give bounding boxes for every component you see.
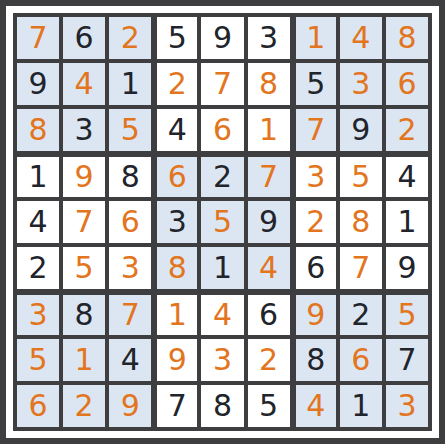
sudoku-cell-r9c4[interactable]: 7 (157, 385, 197, 427)
sudoku-screenshot: 7625931489412785368354617921986273544763… (0, 0, 445, 444)
sudoku-cell-r1c5[interactable]: 9 (201, 17, 243, 59)
sudoku-cell-r5c3[interactable]: 6 (109, 201, 151, 243)
sudoku-cell-r4c3[interactable]: 8 (109, 157, 151, 197)
sudoku-cell-r6c1[interactable]: 2 (17, 247, 59, 289)
sudoku-cell-r1c4[interactable]: 5 (157, 17, 197, 59)
sudoku-cell-r6c8[interactable]: 7 (340, 247, 382, 289)
sudoku-cell-r5c8[interactable]: 8 (340, 201, 382, 243)
sudoku-cell-r8c7[interactable]: 8 (296, 339, 336, 381)
sudoku-cell-r7c9[interactable]: 5 (386, 295, 428, 335)
sudoku-cell-r6c4[interactable]: 8 (157, 247, 197, 289)
sudoku-cell-r9c9[interactable]: 3 (386, 385, 428, 427)
sudoku-cell-r5c1[interactable]: 4 (17, 201, 59, 243)
sudoku-cell-r1c2[interactable]: 6 (63, 17, 105, 59)
sudoku-cell-r7c2[interactable]: 8 (63, 295, 105, 335)
sudoku-cell-r4c5[interactable]: 2 (201, 157, 243, 197)
sudoku-cell-r8c5[interactable]: 3 (201, 339, 243, 381)
sudoku-cell-r6c9[interactable]: 9 (386, 247, 428, 289)
sudoku-cell-r7c3[interactable]: 7 (109, 295, 151, 335)
sudoku-cell-r4c7[interactable]: 3 (296, 157, 336, 197)
sudoku-cell-r7c4[interactable]: 1 (157, 295, 197, 335)
sudoku-cell-r4c9[interactable]: 4 (386, 157, 428, 197)
sudoku-cell-r5c5[interactable]: 5 (201, 201, 243, 243)
sudoku-cell-r2c4[interactable]: 2 (157, 63, 197, 105)
sudoku-cell-r4c4[interactable]: 6 (157, 157, 197, 197)
sudoku-cell-r2c7[interactable]: 5 (296, 63, 336, 105)
sudoku-cell-r1c6[interactable]: 3 (248, 17, 290, 59)
sudoku-cell-r8c2[interactable]: 1 (63, 339, 105, 381)
sudoku-cell-r3c8[interactable]: 9 (340, 109, 382, 151)
sudoku-cell-r1c9[interactable]: 8 (386, 17, 428, 59)
sudoku-cell-r8c6[interactable]: 2 (248, 339, 290, 381)
sudoku-cell-r5c6[interactable]: 9 (248, 201, 290, 243)
sudoku-cell-r4c8[interactable]: 5 (340, 157, 382, 197)
sudoku-cell-r2c2[interactable]: 4 (63, 63, 105, 105)
sudoku-cell-r2c9[interactable]: 6 (386, 63, 428, 105)
sudoku-cell-r3c7[interactable]: 7 (296, 109, 336, 151)
sudoku-cell-r3c5[interactable]: 6 (201, 109, 243, 151)
sudoku-cell-r5c9[interactable]: 1 (386, 201, 428, 243)
sudoku-cell-r7c7[interactable]: 9 (296, 295, 336, 335)
sudoku-cell-r7c5[interactable]: 4 (201, 295, 243, 335)
sudoku-cell-r2c1[interactable]: 9 (17, 63, 59, 105)
sudoku-cell-r2c6[interactable]: 8 (248, 63, 290, 105)
sudoku-cell-r2c8[interactable]: 3 (340, 63, 382, 105)
sudoku-cell-r1c3[interactable]: 2 (109, 17, 151, 59)
sudoku-cell-r4c1[interactable]: 1 (17, 157, 59, 197)
sudoku-cell-r4c6[interactable]: 7 (248, 157, 290, 197)
sudoku-cell-r3c2[interactable]: 3 (63, 109, 105, 151)
sudoku-cell-r2c5[interactable]: 7 (201, 63, 243, 105)
sudoku-cell-r6c7[interactable]: 6 (296, 247, 336, 289)
sudoku-cell-r6c5[interactable]: 1 (201, 247, 243, 289)
sudoku-cell-r7c1[interactable]: 3 (17, 295, 59, 335)
board-frame: 7625931489412785368354617921986273544763… (0, 0, 445, 444)
sudoku-cell-r6c3[interactable]: 3 (109, 247, 151, 289)
sudoku-cell-r6c2[interactable]: 5 (63, 247, 105, 289)
sudoku-cell-r3c3[interactable]: 5 (109, 109, 151, 151)
sudoku-cell-r5c2[interactable]: 7 (63, 201, 105, 243)
sudoku-cell-r3c6[interactable]: 1 (248, 109, 290, 151)
sudoku-cell-r9c5[interactable]: 8 (201, 385, 243, 427)
sudoku-cell-r2c3[interactable]: 1 (109, 63, 151, 105)
sudoku-cell-r9c3[interactable]: 9 (109, 385, 151, 427)
sudoku-cell-r5c4[interactable]: 3 (157, 201, 197, 243)
sudoku-board: 7625931489412785368354617921986273544763… (13, 13, 432, 431)
sudoku-cell-r9c8[interactable]: 1 (340, 385, 382, 427)
sudoku-cell-r8c1[interactable]: 5 (17, 339, 59, 381)
sudoku-cell-r3c9[interactable]: 2 (386, 109, 428, 151)
sudoku-cell-r7c6[interactable]: 6 (248, 295, 290, 335)
sudoku-cell-r1c8[interactable]: 4 (340, 17, 382, 59)
sudoku-cell-r9c7[interactable]: 4 (296, 385, 336, 427)
sudoku-cell-r8c4[interactable]: 9 (157, 339, 197, 381)
sudoku-cell-r8c3[interactable]: 4 (109, 339, 151, 381)
sudoku-cell-r9c2[interactable]: 2 (63, 385, 105, 427)
sudoku-cell-r3c1[interactable]: 8 (17, 109, 59, 151)
sudoku-cell-r3c4[interactable]: 4 (157, 109, 197, 151)
sudoku-cell-r1c1[interactable]: 7 (17, 17, 59, 59)
sudoku-cell-r4c2[interactable]: 9 (63, 157, 105, 197)
sudoku-cell-r6c6[interactable]: 4 (248, 247, 290, 289)
sudoku-cell-r9c1[interactable]: 6 (17, 385, 59, 427)
sudoku-cell-r8c9[interactable]: 7 (386, 339, 428, 381)
sudoku-cell-r1c7[interactable]: 1 (296, 17, 336, 59)
sudoku-cell-r7c8[interactable]: 2 (340, 295, 382, 335)
sudoku-cell-r5c7[interactable]: 2 (296, 201, 336, 243)
sudoku-cell-r8c8[interactable]: 6 (340, 339, 382, 381)
sudoku-cell-r9c6[interactable]: 5 (248, 385, 290, 427)
